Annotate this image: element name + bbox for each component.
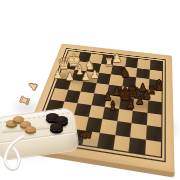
square-g1: [129, 137, 146, 154]
bag-logo-mark: [37, 121, 46, 124]
square-h1: [145, 139, 161, 157]
piece-white-pawn: ♟: [112, 53, 122, 64]
checkers-disc-light: [25, 126, 36, 132]
piece-white-pawn: ♟: [91, 70, 100, 80]
piece-black-pawn: ♟: [104, 92, 113, 102]
piece-white-pawn: ♟: [82, 72, 91, 82]
bag-cord-loop: [0, 128, 36, 176]
piece-white-pawn: ♟: [66, 72, 75, 82]
piece-black-pawn: ♟: [127, 100, 136, 110]
chess-set-product-photo: ♟♛♟♚♝♟♞♟♜♟♜♟♞♝♟♟♚♛♟♟♝♞♜♟♞: [0, 0, 180, 180]
piece-black-knight: ♞: [120, 67, 131, 79]
piece-black-rook: ♜: [148, 86, 157, 96]
square-f1: [113, 135, 130, 152]
piece-white-pawn: ♟: [26, 80, 39, 93]
checkers-disc-dark: [50, 123, 63, 131]
